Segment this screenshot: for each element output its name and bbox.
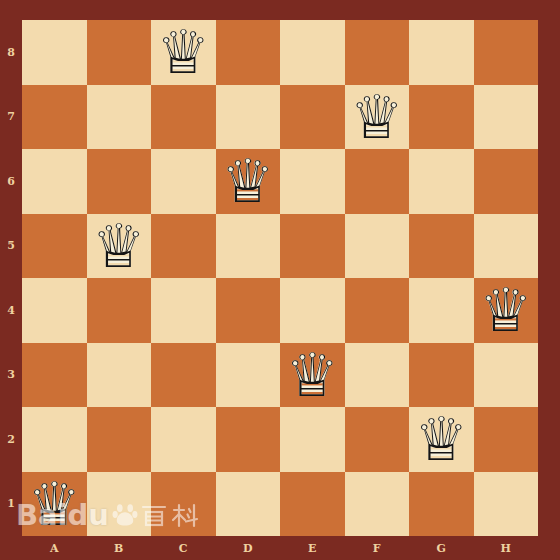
square-c2[interactable] (151, 407, 216, 472)
square-h3[interactable] (474, 343, 539, 408)
white-queen[interactable]: ♛♕ (87, 214, 152, 279)
white-queen-outline-glyph: ♕ (350, 85, 404, 149)
file-label-e: E (280, 536, 345, 560)
white-queen-outline-glyph: ♕ (479, 278, 533, 342)
rank-label-3: 3 (0, 343, 22, 408)
square-g5[interactable] (409, 214, 474, 279)
white-queen-outline-glyph: ♕ (92, 214, 146, 278)
square-g7[interactable] (409, 85, 474, 150)
square-c4[interactable] (151, 278, 216, 343)
file-label-g: G (409, 536, 474, 560)
square-h1[interactable] (474, 472, 539, 537)
file-label-d: D (216, 536, 281, 560)
square-d1[interactable] (216, 472, 281, 537)
file-labels: ABCDEFGH (22, 536, 538, 560)
square-b5[interactable]: ♛♕ (87, 214, 152, 279)
white-queen[interactable]: ♛♕ (22, 472, 87, 537)
square-h4[interactable]: ♛♕ (474, 278, 539, 343)
square-d7[interactable] (216, 85, 281, 150)
white-queen[interactable]: ♛♕ (216, 149, 281, 214)
white-queen[interactable]: ♛♕ (345, 85, 410, 150)
square-c6[interactable] (151, 149, 216, 214)
square-a1[interactable]: ♛♕ (22, 472, 87, 537)
square-a5[interactable] (22, 214, 87, 279)
square-f8[interactable] (345, 20, 410, 85)
rank-label-4: 4 (0, 278, 22, 343)
square-g6[interactable] (409, 149, 474, 214)
square-d6[interactable]: ♛♕ (216, 149, 281, 214)
square-h2[interactable] (474, 407, 539, 472)
square-d3[interactable] (216, 343, 281, 408)
square-f2[interactable] (345, 407, 410, 472)
square-f4[interactable] (345, 278, 410, 343)
square-f1[interactable] (345, 472, 410, 537)
file-label-f: F (345, 536, 410, 560)
file-label-c: C (151, 536, 216, 560)
file-label-a: A (22, 536, 87, 560)
square-g8[interactable] (409, 20, 474, 85)
rank-label-2: 2 (0, 407, 22, 472)
white-queen-outline-glyph: ♕ (285, 343, 339, 407)
square-h6[interactable] (474, 149, 539, 214)
square-a6[interactable] (22, 149, 87, 214)
square-d4[interactable] (216, 278, 281, 343)
square-e2[interactable] (280, 407, 345, 472)
square-e5[interactable] (280, 214, 345, 279)
square-c3[interactable] (151, 343, 216, 408)
square-g4[interactable] (409, 278, 474, 343)
square-b4[interactable] (87, 278, 152, 343)
square-h8[interactable] (474, 20, 539, 85)
square-e4[interactable] (280, 278, 345, 343)
chess-board[interactable]: ♛♕♛♕♛♕♛♕♛♕♛♕♛♕♛♕ (22, 20, 538, 536)
square-b7[interactable] (87, 85, 152, 150)
white-queen[interactable]: ♛♕ (151, 20, 216, 85)
white-queen-outline-glyph: ♕ (156, 20, 210, 84)
square-f3[interactable] (345, 343, 410, 408)
square-b1[interactable] (87, 472, 152, 537)
white-queen[interactable]: ♛♕ (474, 278, 539, 343)
square-e8[interactable] (280, 20, 345, 85)
square-a7[interactable] (22, 85, 87, 150)
square-c7[interactable] (151, 85, 216, 150)
white-queen[interactable]: ♛♕ (280, 343, 345, 408)
square-b6[interactable] (87, 149, 152, 214)
square-a4[interactable] (22, 278, 87, 343)
square-d5[interactable] (216, 214, 281, 279)
square-a8[interactable] (22, 20, 87, 85)
square-c5[interactable] (151, 214, 216, 279)
square-d8[interactable] (216, 20, 281, 85)
square-h5[interactable] (474, 214, 539, 279)
square-f5[interactable] (345, 214, 410, 279)
square-e6[interactable] (280, 149, 345, 214)
square-b3[interactable] (87, 343, 152, 408)
square-e3[interactable]: ♛♕ (280, 343, 345, 408)
square-b8[interactable] (87, 20, 152, 85)
white-queen[interactable]: ♛♕ (409, 407, 474, 472)
square-d2[interactable] (216, 407, 281, 472)
square-b2[interactable] (87, 407, 152, 472)
white-queen-outline-glyph: ♕ (221, 149, 275, 213)
rank-label-5: 5 (0, 214, 22, 279)
white-queen-outline-glyph: ♕ (27, 472, 81, 536)
rank-label-8: 8 (0, 20, 22, 85)
square-f6[interactable] (345, 149, 410, 214)
square-g3[interactable] (409, 343, 474, 408)
rank-label-7: 7 (0, 85, 22, 150)
square-f7[interactable]: ♛♕ (345, 85, 410, 150)
file-label-b: B (87, 536, 152, 560)
rank-label-1: 1 (0, 472, 22, 537)
square-e7[interactable] (280, 85, 345, 150)
square-g2[interactable]: ♛♕ (409, 407, 474, 472)
square-g1[interactable] (409, 472, 474, 537)
square-c1[interactable] (151, 472, 216, 537)
square-a2[interactable] (22, 407, 87, 472)
white-queen-outline-glyph: ♕ (414, 407, 468, 471)
board-frame: 87654321 ♛♕♛♕♛♕♛♕♛♕♛♕♛♕♛♕ ABCDEFGH Baidu (0, 0, 560, 560)
square-h7[interactable] (474, 85, 539, 150)
file-label-h: H (474, 536, 539, 560)
rank-label-6: 6 (0, 149, 22, 214)
square-e1[interactable] (280, 472, 345, 537)
square-c8[interactable]: ♛♕ (151, 20, 216, 85)
square-a3[interactable] (22, 343, 87, 408)
rank-labels: 87654321 (0, 20, 22, 536)
